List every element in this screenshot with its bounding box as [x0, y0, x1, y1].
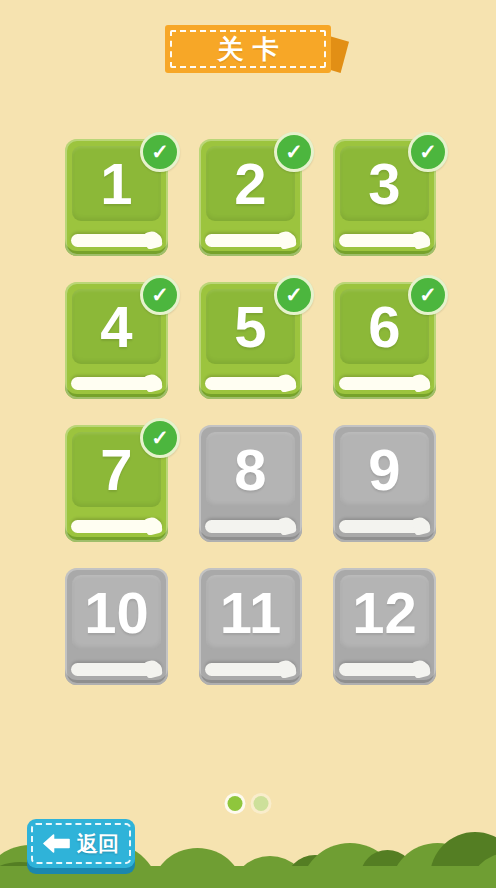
level-number: 2	[234, 155, 266, 213]
book-page-bar	[71, 234, 162, 247]
book-page-bar	[205, 377, 296, 390]
bush-base	[0, 866, 496, 888]
level-number: 4	[100, 298, 132, 356]
level-tile-5[interactable]: 5✓	[199, 282, 302, 399]
level-tile-11[interactable]: 11	[199, 568, 302, 685]
bush-light	[150, 848, 245, 888]
completed-check-icon: ✓	[408, 132, 448, 172]
level-tile-3[interactable]: 3✓	[333, 139, 436, 256]
level-number: 1	[100, 155, 132, 213]
level-select-screen: 关卡 1✓2✓3✓4✓5✓6✓7✓89101112 返回	[0, 0, 496, 888]
level-tile-9[interactable]: 9	[333, 425, 436, 542]
level-grid: 1✓2✓3✓4✓5✓6✓7✓89101112	[65, 139, 436, 685]
level-number: 10	[84, 584, 149, 642]
level-tile-12[interactable]: 12	[333, 568, 436, 685]
title-banner: 关卡	[165, 25, 331, 73]
level-tile-10[interactable]: 10	[65, 568, 168, 685]
book-page-bar	[339, 663, 430, 676]
page-title: 关卡	[209, 32, 288, 67]
book-page-bar	[71, 377, 162, 390]
level-number: 6	[368, 298, 400, 356]
level-number: 7	[100, 441, 132, 499]
level-tile-8[interactable]: 8	[199, 425, 302, 542]
bush-dark	[360, 850, 415, 888]
bush-light	[230, 856, 310, 888]
bush-light	[390, 843, 485, 888]
back-button[interactable]: 返回	[27, 819, 135, 868]
level-tile-7[interactable]: 7✓	[65, 425, 168, 542]
level-number: 8	[234, 441, 266, 499]
back-button-label: 返回	[77, 830, 119, 858]
book-page-bar	[71, 663, 162, 676]
level-tile-face: 8	[206, 432, 295, 507]
bush-dark	[285, 855, 345, 888]
pagination-dots	[228, 796, 269, 811]
level-number: 5	[234, 298, 266, 356]
page-dot-2[interactable]	[254, 796, 269, 811]
completed-check-icon: ✓	[140, 132, 180, 172]
level-tile-face: 11	[206, 575, 295, 650]
completed-check-icon: ✓	[140, 275, 180, 315]
level-tile-1[interactable]: 1✓	[65, 139, 168, 256]
book-page-bar	[339, 377, 430, 390]
level-tile-face: 12	[340, 575, 429, 650]
level-number: 11	[220, 584, 281, 642]
level-tile-4[interactable]: 4✓	[65, 282, 168, 399]
level-tile-face: 10	[72, 575, 161, 650]
level-tile-6[interactable]: 6✓	[333, 282, 436, 399]
page-dot-1[interactable]	[228, 796, 243, 811]
bush-light	[468, 853, 496, 888]
book-page-bar	[205, 520, 296, 533]
level-number: 3	[368, 155, 400, 213]
completed-check-icon: ✓	[408, 275, 448, 315]
completed-check-icon: ✓	[140, 418, 180, 458]
book-page-bar	[339, 520, 430, 533]
book-page-bar	[205, 234, 296, 247]
book-page-bar	[339, 234, 430, 247]
level-tile-2[interactable]: 2✓	[199, 139, 302, 256]
book-page-bar	[205, 663, 296, 676]
level-number: 12	[352, 584, 417, 642]
book-page-bar	[71, 520, 162, 533]
left-arrow-icon	[43, 834, 70, 853]
bush-dark	[430, 832, 496, 888]
completed-check-icon: ✓	[274, 132, 314, 172]
completed-check-icon: ✓	[274, 275, 314, 315]
bush-light	[300, 843, 400, 888]
level-tile-face: 9	[340, 432, 429, 507]
level-number: 9	[368, 441, 400, 499]
